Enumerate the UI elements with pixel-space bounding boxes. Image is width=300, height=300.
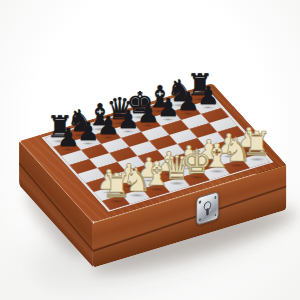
product-photo-stage: ♜♞♝♛♚♝♞♜♟♟♟♟♟♟♟♟♟♟♟♟♟♟♟♟♜♞♝♛♚♝♞♜: [0, 0, 300, 300]
piece-contact-shadow: [249, 157, 266, 161]
piece-contact-shadow: [162, 118, 175, 121]
chess-piece-black-pawn: ♟: [197, 83, 219, 108]
piece-contact-shadow: [149, 187, 166, 191]
piece-contact-shadow: [182, 112, 195, 115]
piece-contact-shadow: [129, 193, 146, 197]
piece-contact-shadow: [82, 142, 95, 145]
piece-contact-shadow: [62, 148, 75, 151]
piece-contact-shadow: [169, 181, 186, 185]
piece-contact-shadow: [202, 106, 215, 109]
piece-contact-shadow: [122, 130, 135, 133]
chess-piece-white-rook: ♜: [242, 127, 272, 160]
piece-contact-shadow: [142, 124, 155, 127]
piece-contact-shadow: [109, 199, 126, 203]
pieces-layer: ♜♞♝♛♚♝♞♜♟♟♟♟♟♟♟♟♟♟♟♟♟♟♟♟♜♞♝♛♚♝♞♜: [0, 0, 300, 300]
piece-contact-shadow: [209, 169, 226, 173]
piece-contact-shadow: [102, 136, 115, 139]
piece-contact-shadow: [229, 163, 246, 167]
piece-contact-shadow: [189, 175, 206, 179]
